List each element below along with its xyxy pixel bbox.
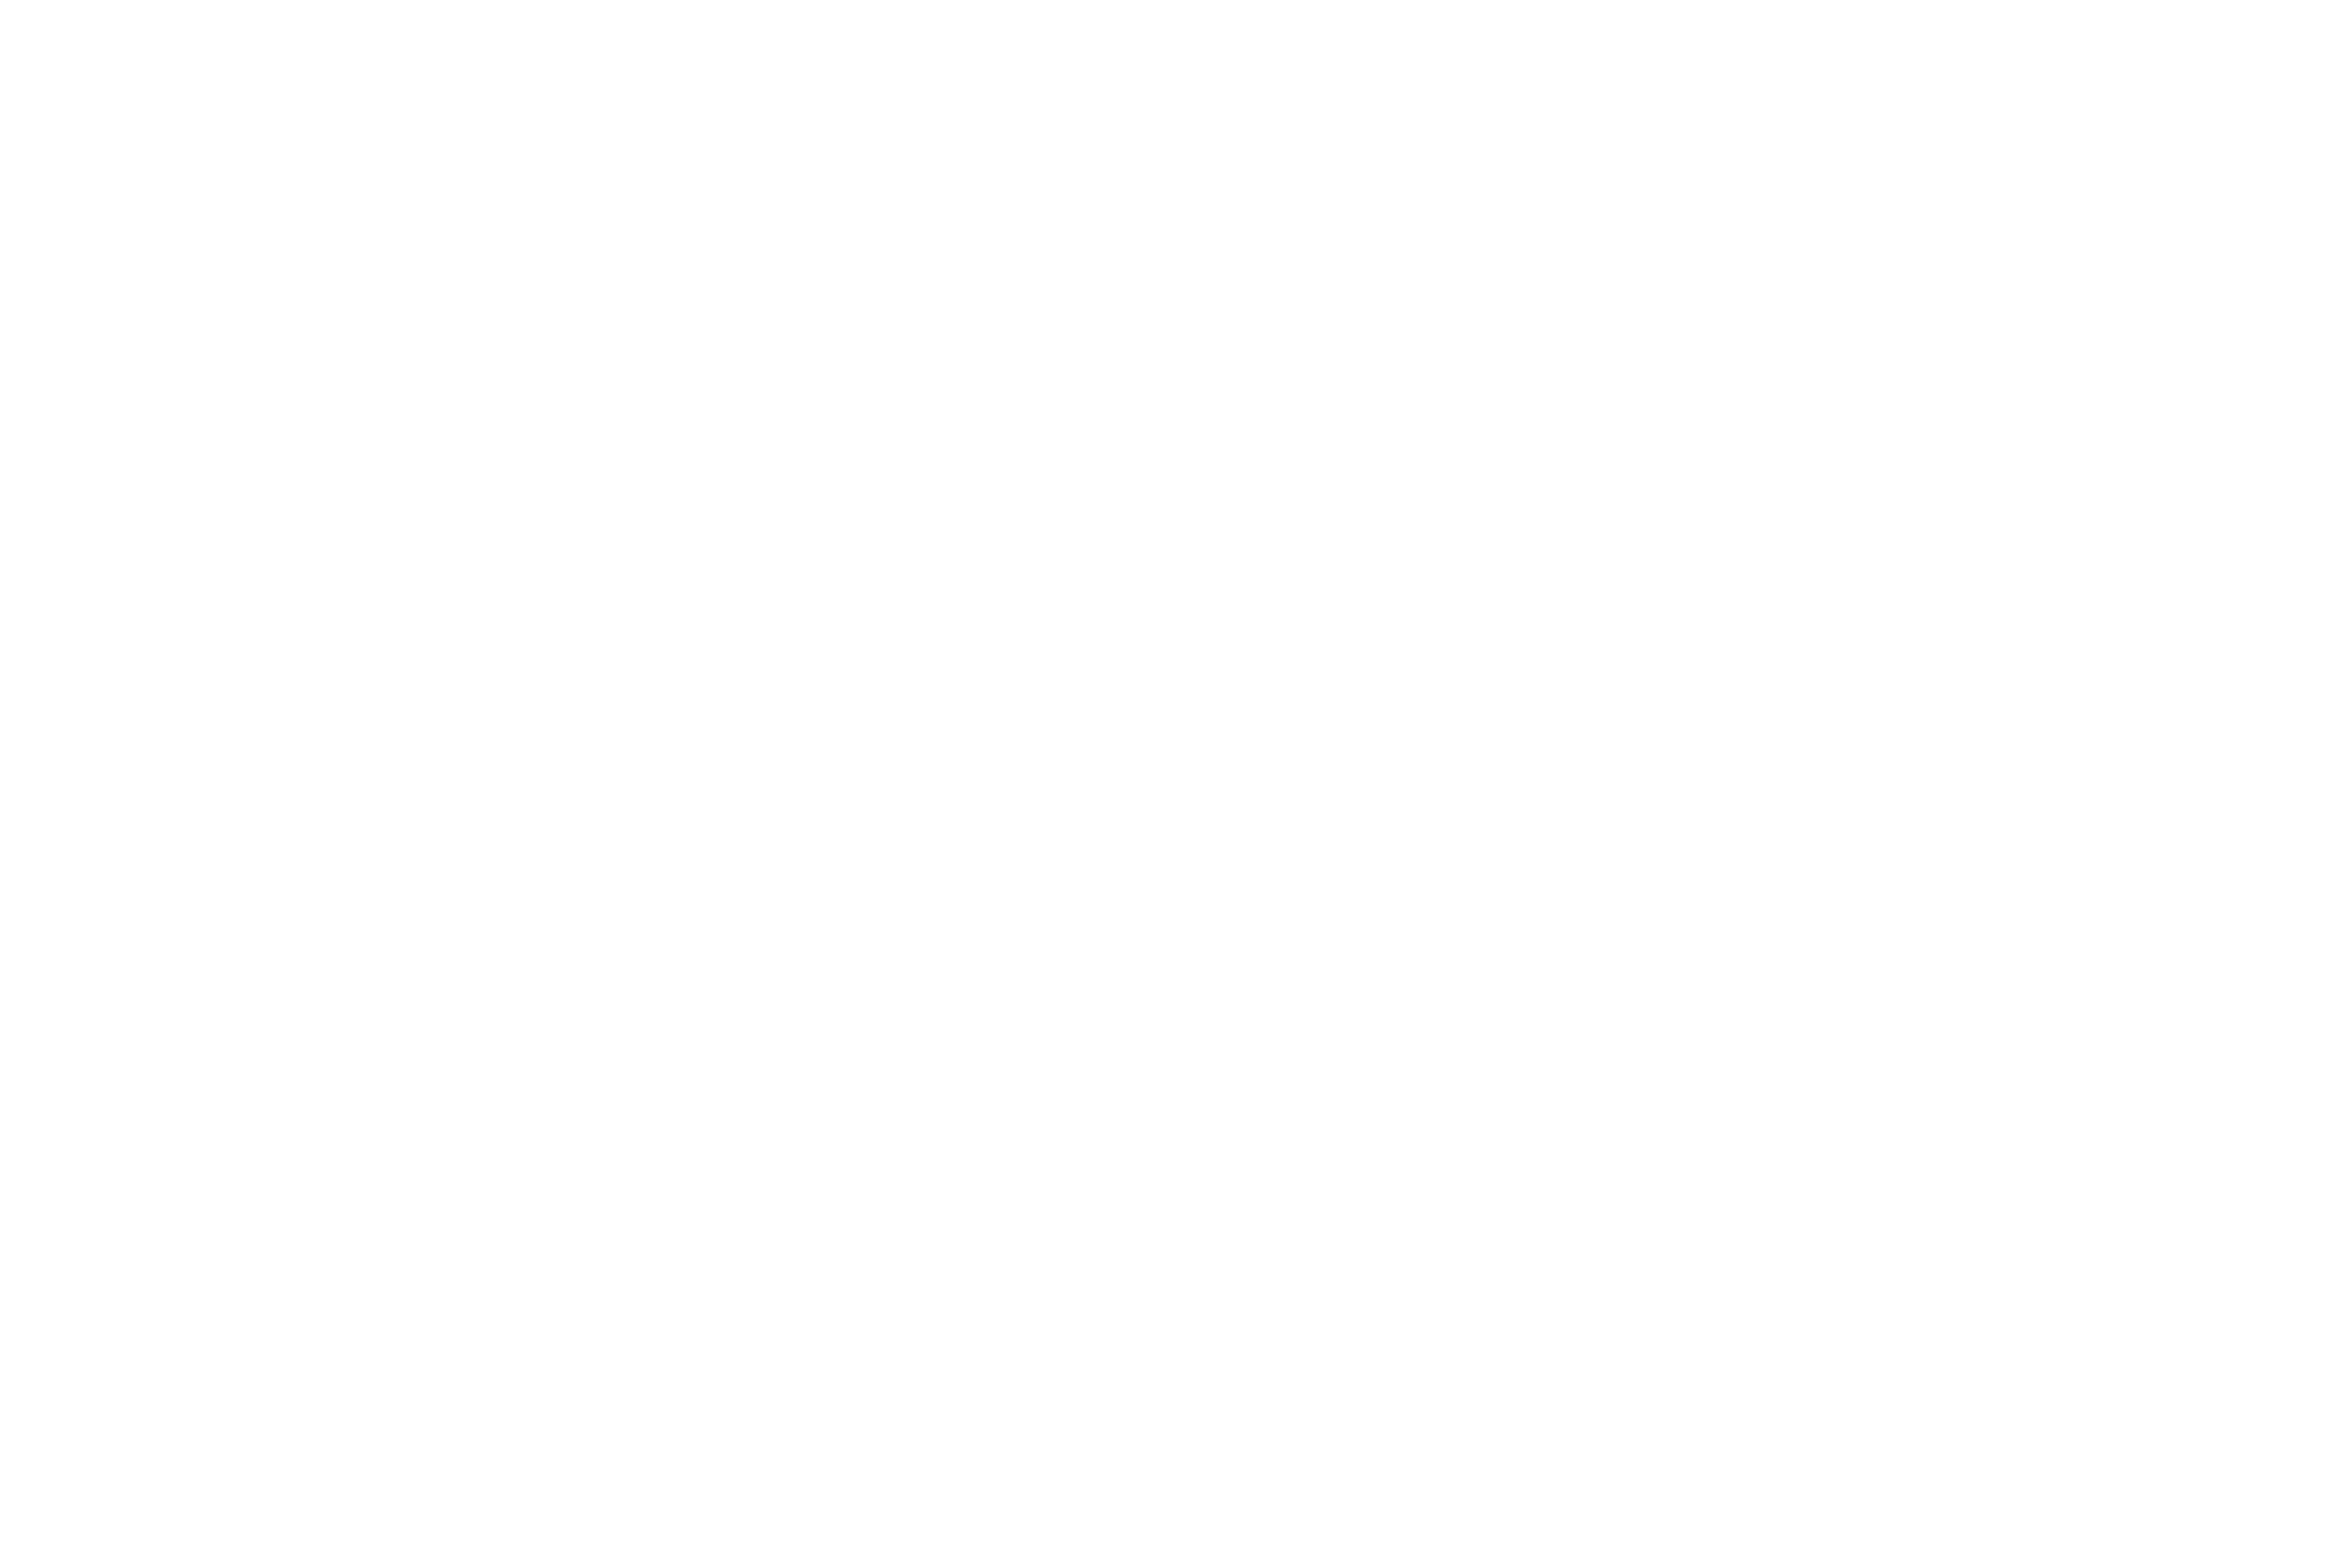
photo-scene [0,0,2352,1568]
